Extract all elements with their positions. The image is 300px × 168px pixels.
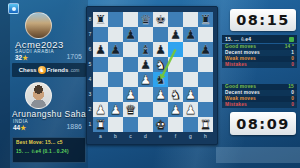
piece-black-pawn[interactable]: ♟ (183, 27, 198, 42)
square-f3[interactable]: ♞ (168, 87, 183, 102)
square-d3[interactable] (138, 87, 153, 102)
piece-black-rook[interactable]: ♜ (93, 12, 108, 27)
piece-black-queen[interactable]: ♛ (138, 12, 153, 27)
stat-row-weak-moves: Weak moves0 (222, 96, 297, 102)
piece-white-knight[interactable]: ♞ (153, 57, 168, 72)
move-quality-bar: 15. ... ♘e4 (222, 35, 297, 43)
stat-label: Weak moves (225, 96, 256, 102)
piece-white-rook[interactable]: ♜ (93, 117, 108, 132)
file-label-f: f (168, 132, 183, 140)
square-e1[interactable]: ♚ (153, 117, 168, 132)
square-h7[interactable] (198, 27, 213, 42)
stat-value: 0 (291, 56, 294, 62)
file-label-a: a (93, 132, 108, 140)
square-d2[interactable] (138, 102, 153, 117)
square-h5[interactable] (198, 57, 213, 72)
square-c8[interactable] (123, 12, 138, 27)
square-a7[interactable] (93, 27, 108, 42)
stat-row-weak-moves: Weak moves0 (222, 56, 297, 62)
square-e2[interactable] (153, 102, 168, 117)
square-a8[interactable]: ♜ (93, 12, 108, 27)
stats-table-bottom: Good moves15Decent moves0Weak moves0Mist… (222, 84, 297, 108)
stat-value: 0 (291, 62, 294, 68)
piece-white-pawn[interactable]: ♟ (93, 102, 108, 117)
piece-white-pawn[interactable]: ♟ (168, 102, 183, 117)
square-e4[interactable]: ♞ (153, 72, 168, 87)
stat-value: 15 (288, 84, 294, 90)
engine-eval-panel: Best Move: 15... c5 15. ... ♘e4 (0.1→0.2… (12, 137, 86, 163)
move-header-text: 15. ... ♘e4 (225, 36, 251, 42)
stat-value: 1 (291, 50, 294, 56)
square-d7[interactable] (138, 27, 153, 42)
player-bottom-rating: 1886 (52, 123, 82, 130)
square-b6[interactable]: ♟ (108, 42, 123, 57)
stat-row-good-moves: Good moves14 * (222, 44, 297, 50)
file-label-c: c (123, 132, 138, 140)
logo-knight-icon: ♞ (38, 66, 46, 74)
square-d4[interactable]: ♟ (138, 72, 153, 87)
stat-value: 0 (291, 102, 294, 108)
logo-suffix: .com (69, 68, 79, 73)
app-icon[interactable] (8, 3, 19, 14)
square-h2[interactable] (198, 102, 213, 117)
square-a6[interactable]: ♟ (93, 42, 108, 57)
best-move-text: Best Move: 15... c5 (16, 140, 82, 145)
square-a5[interactable] (93, 57, 108, 72)
square-h4[interactable] (198, 72, 213, 87)
square-d1[interactable] (138, 117, 153, 132)
app-window: Acme2023 SAUDI ARABIA 32★ 1705 Chess ♞ F… (0, 0, 300, 168)
square-f5[interactable] (168, 57, 183, 72)
played-move-eval-text: 15. ... ♘e4 (0.1→0.24) (16, 149, 82, 154)
stat-row-decent-moves: Decent moves1 (222, 50, 297, 56)
square-b5[interactable] (108, 57, 123, 72)
piece-black-pawn[interactable]: ♟ (108, 42, 123, 57)
file-labels: abcdefgh (93, 132, 213, 140)
square-b8[interactable] (108, 12, 123, 27)
background-light-band (216, 147, 300, 163)
player-bottom-stars: 44★ (13, 124, 26, 132)
square-h8[interactable]: ♜ (198, 12, 213, 27)
square-d5[interactable]: ♟ (138, 57, 153, 72)
file-label-d: d (138, 132, 153, 140)
piece-black-knight[interactable]: ♞ (153, 72, 168, 87)
stat-label: Good moves (225, 44, 256, 50)
square-e5[interactable]: ♞ (153, 57, 168, 72)
piece-black-bishop[interactable]: ♝ (138, 42, 153, 57)
stat-row-mistakes: Mistakes0 (222, 102, 297, 108)
left-edge-strip (0, 0, 10, 168)
piece-black-pawn[interactable]: ♟ (153, 42, 168, 57)
star-icon: ★ (22, 54, 28, 61)
stats-table-top: Good moves14 *Decent moves1Weak moves0Mi… (222, 44, 297, 68)
piece-black-rook[interactable]: ♜ (198, 12, 213, 27)
logo-word1: Chess (19, 67, 37, 73)
stat-label: Mistakes (225, 102, 247, 108)
square-b3[interactable] (108, 87, 123, 102)
clock-bottom: 08:09 (230, 112, 296, 135)
square-g8[interactable] (183, 12, 198, 27)
piece-white-king[interactable]: ♚ (153, 117, 168, 132)
stat-label: Weak moves (225, 56, 256, 62)
square-b7[interactable] (108, 27, 123, 42)
square-f2[interactable]: ♟ (168, 102, 183, 117)
square-e6[interactable]: ♟ (153, 42, 168, 57)
piece-white-pawn[interactable]: ♟ (138, 72, 153, 87)
square-d8[interactable]: ♛ (138, 12, 153, 27)
player-top-stars: 32★ (15, 54, 28, 62)
piece-black-pawn[interactable]: ♟ (123, 27, 138, 42)
stat-row-mistakes: Mistakes0 (222, 62, 297, 68)
piece-white-rook[interactable]: ♜ (198, 117, 213, 132)
good-move-badge-icon (289, 37, 294, 42)
stat-row-good-moves: Good moves15 (222, 84, 297, 90)
file-label-b: b (108, 132, 123, 140)
square-a2[interactable]: ♟ (93, 102, 108, 117)
stat-row-decent-moves: Decent moves0 (222, 90, 297, 96)
square-c6[interactable] (123, 42, 138, 57)
square-c5[interactable] (123, 57, 138, 72)
square-c2[interactable]: ♛ (123, 102, 138, 117)
square-b2[interactable]: ♟ (108, 102, 123, 117)
avatar-player-top (25, 12, 52, 39)
piece-white-queen[interactable]: ♛ (123, 102, 138, 117)
piece-black-pawn[interactable]: ♟ (168, 27, 183, 42)
square-f4[interactable] (168, 72, 183, 87)
avatar-player-bottom (25, 82, 52, 109)
file-label-e: e (153, 132, 168, 140)
file-label-g: g (183, 132, 198, 140)
piece-black-pawn[interactable]: ♟ (198, 42, 213, 57)
piece-white-pawn[interactable]: ♟ (123, 87, 138, 102)
logo-word2: Friends (47, 67, 69, 73)
square-g1[interactable] (183, 117, 198, 132)
stat-value: 0 (291, 96, 294, 102)
square-g5[interactable] (183, 57, 198, 72)
square-e3[interactable]: ♟ (153, 87, 168, 102)
square-f7[interactable]: ♟ (168, 27, 183, 42)
square-b1[interactable] (108, 117, 123, 132)
square-g6[interactable] (183, 42, 198, 57)
square-d6[interactable]: ♝ (138, 42, 153, 57)
piece-black-king[interactable]: ♚ (153, 12, 168, 27)
piece-white-knight[interactable]: ♞ (168, 87, 183, 102)
piece-white-pawn[interactable]: ♟ (183, 87, 198, 102)
square-f8[interactable] (168, 12, 183, 27)
player-bottom-name: Arunangshu Saha (12, 109, 86, 119)
file-label-h: h (198, 132, 213, 140)
square-a3[interactable] (93, 87, 108, 102)
square-c1[interactable] (123, 117, 138, 132)
stat-value: 14 * (285, 44, 294, 50)
square-c4[interactable] (123, 72, 138, 87)
square-h1[interactable]: ♜ (198, 117, 213, 132)
piece-black-pawn[interactable]: ♟ (138, 57, 153, 72)
star-icon: ★ (20, 124, 26, 131)
square-f1[interactable] (168, 117, 183, 132)
stat-value: 0 (291, 90, 294, 96)
square-a1[interactable]: ♜ (93, 117, 108, 132)
square-e7[interactable] (153, 27, 168, 42)
piece-black-pawn[interactable]: ♟ (93, 42, 108, 57)
square-e8[interactable]: ♚ (153, 12, 168, 27)
stat-label: Decent moves (225, 50, 260, 56)
piece-white-pawn[interactable]: ♟ (108, 102, 123, 117)
square-b4[interactable] (108, 72, 123, 87)
stat-label: Mistakes (225, 62, 247, 68)
square-g4[interactable] (183, 72, 198, 87)
chessfriends-logo: Chess ♞ Friends .com (12, 63, 86, 77)
square-f6[interactable] (168, 42, 183, 57)
stat-label: Good moves (225, 84, 256, 90)
stat-label: Decent moves (225, 90, 260, 96)
square-g2[interactable]: ♟ (183, 102, 198, 117)
square-h3[interactable] (198, 87, 213, 102)
player-top-rating: 1705 (52, 53, 82, 60)
square-a4[interactable] (93, 72, 108, 87)
square-g7[interactable]: ♟ (183, 27, 198, 42)
square-h6[interactable]: ♟ (198, 42, 213, 57)
square-c7[interactable]: ♟ (123, 27, 138, 42)
square-g3[interactable]: ♟ (183, 87, 198, 102)
piece-white-pawn[interactable]: ♟ (153, 87, 168, 102)
chess-board[interactable]: ♜♛♚♜♟♟♟♟♟♝♟♟♟♞♟♞♟♟♞♟♟♟♛♟♟♜♚♜ (93, 12, 213, 132)
square-c3[interactable]: ♟ (123, 87, 138, 102)
piece-white-pawn[interactable]: ♟ (183, 102, 198, 117)
clock-top: 08:15 (230, 9, 296, 31)
